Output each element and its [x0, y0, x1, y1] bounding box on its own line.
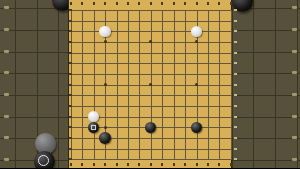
black-stone[interactable]	[88, 122, 99, 133]
background-coordinate-label	[4, 158, 9, 161]
background-coordinate-label	[4, 6, 9, 9]
board-coordinate-label	[69, 94, 72, 96]
board-coordinate-label	[161, 163, 163, 166]
background-coordinate-label	[4, 50, 9, 53]
board-grid-line	[71, 31, 232, 32]
board-grid-line	[71, 149, 232, 150]
board-coordinate-label	[69, 30, 72, 32]
background-coordinate-label	[4, 28, 9, 31]
board-coordinate-label	[234, 52, 237, 54]
board-coordinate-label	[196, 163, 198, 166]
background-coordinate-label	[4, 71, 9, 74]
board-coordinate-label	[104, 163, 106, 166]
background-grid-line	[253, 0, 254, 168]
board-coordinate-label	[173, 163, 175, 166]
board-coordinate-label	[234, 9, 237, 11]
black-stone[interactable]	[191, 122, 202, 133]
background-coordinate-label	[292, 6, 297, 9]
board-grid-line	[71, 95, 232, 96]
black-stone[interactable]	[99, 132, 110, 143]
board-grid-line	[71, 53, 232, 54]
board-coordinate-label	[218, 163, 220, 166]
board-coordinate-label	[69, 20, 72, 22]
board-coordinate-label	[69, 137, 72, 139]
background-coordinate-label	[292, 71, 297, 74]
board-coordinate-label	[69, 73, 72, 75]
board-coordinate-label	[150, 2, 152, 5]
background-grid-line	[275, 0, 276, 168]
last-move-circle-marker	[38, 155, 49, 166]
background-coordinate-label	[292, 158, 297, 161]
background-grid-line	[297, 0, 298, 168]
board-coordinate-label	[218, 2, 220, 5]
board-grid-line	[71, 10, 232, 11]
board-coordinate-label	[161, 2, 163, 5]
background-coordinate-label	[4, 115, 9, 118]
board-coordinate-label	[234, 158, 237, 160]
board-coordinate-label	[234, 30, 237, 32]
board-grid-line	[71, 74, 232, 75]
board-coordinate-label	[69, 41, 72, 43]
board-coordinate-label	[70, 2, 72, 5]
board-coordinate-label	[234, 84, 237, 86]
black-stone[interactable]	[145, 122, 156, 133]
background-coordinate-label	[292, 28, 297, 31]
board-coordinate-label	[69, 62, 72, 64]
board-coordinate-label	[69, 84, 72, 86]
board-coordinate-label	[116, 2, 118, 5]
background-coordinate-label	[292, 136, 297, 139]
board-coordinate-label	[116, 163, 118, 166]
background-grid-line	[15, 0, 16, 168]
board-coordinate-label	[196, 2, 198, 5]
board-coordinate-label	[230, 163, 232, 166]
board-coordinate-label	[127, 163, 129, 166]
board-coordinate-label	[234, 137, 237, 139]
board-coordinate-label	[173, 2, 175, 5]
star-point	[104, 126, 107, 129]
board-coordinate-label	[81, 163, 83, 166]
white-stone[interactable]	[191, 26, 202, 37]
board-coordinate-label	[138, 163, 140, 166]
board-coordinate-label	[93, 163, 95, 166]
board-coordinate-label	[69, 116, 72, 118]
board-coordinate-label	[184, 163, 186, 166]
go-app-screen	[0, 0, 300, 168]
board-coordinate-label	[69, 52, 72, 54]
background-black-stone	[34, 151, 55, 169]
board-coordinate-label	[234, 62, 237, 64]
last-move-square-marker	[91, 125, 96, 130]
star-point	[195, 83, 198, 86]
board-coordinate-label	[104, 2, 106, 5]
board-grid-line	[71, 106, 232, 107]
board-coordinate-label	[127, 2, 129, 5]
board-coordinate-label	[93, 2, 95, 5]
board-coordinate-label	[207, 2, 209, 5]
background-coordinate-label	[292, 93, 297, 96]
board-coordinate-label	[234, 126, 237, 128]
board-grid-line	[71, 63, 232, 64]
board-grid-line	[71, 159, 232, 160]
background-coordinate-label	[292, 50, 297, 53]
board-coordinate-label	[234, 73, 237, 75]
board-coordinate-label	[69, 105, 72, 107]
board-coordinate-label	[69, 126, 72, 128]
star-point	[149, 83, 152, 86]
board-coordinate-label	[81, 2, 83, 5]
main-go-board[interactable]	[68, 0, 232, 168]
board-grid-line	[71, 21, 232, 22]
white-stone[interactable]	[88, 111, 99, 122]
board-coordinate-label	[69, 158, 72, 160]
background-coordinate-label	[4, 93, 9, 96]
board-grid-line	[71, 138, 232, 139]
board-coordinate-label	[234, 20, 237, 22]
background-grid-line	[58, 0, 59, 168]
board-coordinate-label	[70, 163, 72, 166]
star-point	[104, 83, 107, 86]
board-coordinate-label	[234, 116, 237, 118]
board-coordinate-label	[207, 163, 209, 166]
board-coordinate-label	[234, 41, 237, 43]
board-coordinate-label	[69, 9, 72, 11]
board-coordinate-label	[69, 148, 72, 150]
board-coordinate-label	[234, 94, 237, 96]
background-coordinate-label	[4, 136, 9, 139]
board-coordinate-label	[138, 2, 140, 5]
board-coordinate-label	[150, 163, 152, 166]
board-coordinate-label	[230, 2, 232, 5]
board-coordinate-label	[184, 2, 186, 5]
background-coordinate-label	[292, 115, 297, 118]
white-stone[interactable]	[99, 26, 110, 37]
board-coordinate-label	[234, 105, 237, 107]
board-coordinate-label	[234, 148, 237, 150]
